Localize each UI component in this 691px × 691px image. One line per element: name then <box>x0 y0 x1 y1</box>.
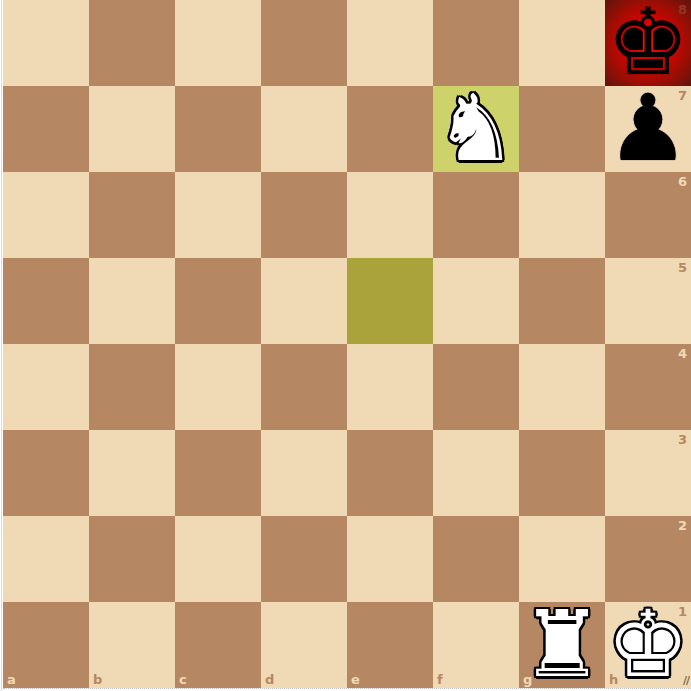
square-e7[interactable] <box>347 86 433 172</box>
square-a8[interactable] <box>3 0 89 86</box>
coord-file-c: c <box>179 673 187 686</box>
square-d8[interactable] <box>261 0 347 86</box>
square-a3[interactable] <box>3 430 89 516</box>
coord-file-f: f <box>437 673 443 686</box>
square-c5[interactable] <box>175 258 261 344</box>
square-c1[interactable]: c <box>175 602 261 688</box>
square-c6[interactable] <box>175 172 261 258</box>
piece-white-knight[interactable]: ♞ <box>433 86 519 172</box>
square-d3[interactable] <box>261 430 347 516</box>
square-d7[interactable] <box>261 86 347 172</box>
square-h4[interactable]: 4 <box>605 344 691 430</box>
square-a1[interactable]: a <box>3 602 89 688</box>
chess-app-page: 8♚♞7♟65432abcdefg♜1h♚// <box>0 0 691 691</box>
square-c7[interactable] <box>175 86 261 172</box>
square-f6[interactable] <box>433 172 519 258</box>
square-b7[interactable] <box>89 86 175 172</box>
resize-handle-icon[interactable]: // <box>683 674 689 687</box>
square-c3[interactable] <box>175 430 261 516</box>
coord-file-a: a <box>7 673 16 686</box>
square-e3[interactable] <box>347 430 433 516</box>
square-b6[interactable] <box>89 172 175 258</box>
coord-file-d: d <box>265 673 274 686</box>
square-c8[interactable] <box>175 0 261 86</box>
chess-board: 8♚♞7♟65432abcdefg♜1h♚// <box>3 0 691 688</box>
square-g2[interactable] <box>519 516 605 602</box>
square-g1[interactable]: g♜ <box>519 602 605 688</box>
coord-rank-3: 3 <box>678 433 687 446</box>
square-g3[interactable] <box>519 430 605 516</box>
square-b1[interactable]: b <box>89 602 175 688</box>
square-e5[interactable] <box>347 258 433 344</box>
square-d4[interactable] <box>261 344 347 430</box>
square-a6[interactable] <box>3 172 89 258</box>
square-b8[interactable] <box>89 0 175 86</box>
square-b3[interactable] <box>89 430 175 516</box>
square-e2[interactable] <box>347 516 433 602</box>
square-a2[interactable] <box>3 516 89 602</box>
coord-file-e: e <box>351 673 360 686</box>
coord-rank-5: 5 <box>678 261 687 274</box>
square-h7[interactable]: 7♟ <box>605 86 691 172</box>
piece-white-rook[interactable]: ♜ <box>519 602 605 688</box>
square-h2[interactable]: 2 <box>605 516 691 602</box>
square-d2[interactable] <box>261 516 347 602</box>
square-f1[interactable]: f <box>433 602 519 688</box>
coord-rank-6: 6 <box>678 175 687 188</box>
page-edge-line-vertical <box>1 0 2 691</box>
square-h6[interactable]: 6 <box>605 172 691 258</box>
square-g7[interactable] <box>519 86 605 172</box>
square-h3[interactable]: 3 <box>605 430 691 516</box>
square-b2[interactable] <box>89 516 175 602</box>
square-f7[interactable]: ♞ <box>433 86 519 172</box>
square-d5[interactable] <box>261 258 347 344</box>
coord-rank-4: 4 <box>678 347 687 360</box>
square-d1[interactable]: d <box>261 602 347 688</box>
square-h5[interactable]: 5 <box>605 258 691 344</box>
square-f4[interactable] <box>433 344 519 430</box>
square-g5[interactable] <box>519 258 605 344</box>
square-e8[interactable] <box>347 0 433 86</box>
square-b4[interactable] <box>89 344 175 430</box>
square-f8[interactable] <box>433 0 519 86</box>
square-e6[interactable] <box>347 172 433 258</box>
coord-rank-2: 2 <box>678 519 687 532</box>
square-f2[interactable] <box>433 516 519 602</box>
square-b5[interactable] <box>89 258 175 344</box>
square-g4[interactable] <box>519 344 605 430</box>
square-e1[interactable]: e <box>347 602 433 688</box>
square-h1[interactable]: 1h♚// <box>605 602 691 688</box>
piece-white-king[interactable]: ♚ <box>605 602 691 688</box>
square-a7[interactable] <box>3 86 89 172</box>
square-a4[interactable] <box>3 344 89 430</box>
piece-black-king[interactable]: ♚ <box>605 0 691 86</box>
square-c2[interactable] <box>175 516 261 602</box>
piece-black-pawn[interactable]: ♟ <box>605 86 691 172</box>
square-h8[interactable]: 8♚ <box>605 0 691 86</box>
square-a5[interactable] <box>3 258 89 344</box>
coord-file-b: b <box>93 673 102 686</box>
square-e4[interactable] <box>347 344 433 430</box>
square-f3[interactable] <box>433 430 519 516</box>
square-g6[interactable] <box>519 172 605 258</box>
square-c4[interactable] <box>175 344 261 430</box>
square-f5[interactable] <box>433 258 519 344</box>
square-g8[interactable] <box>519 0 605 86</box>
square-d6[interactable] <box>261 172 347 258</box>
